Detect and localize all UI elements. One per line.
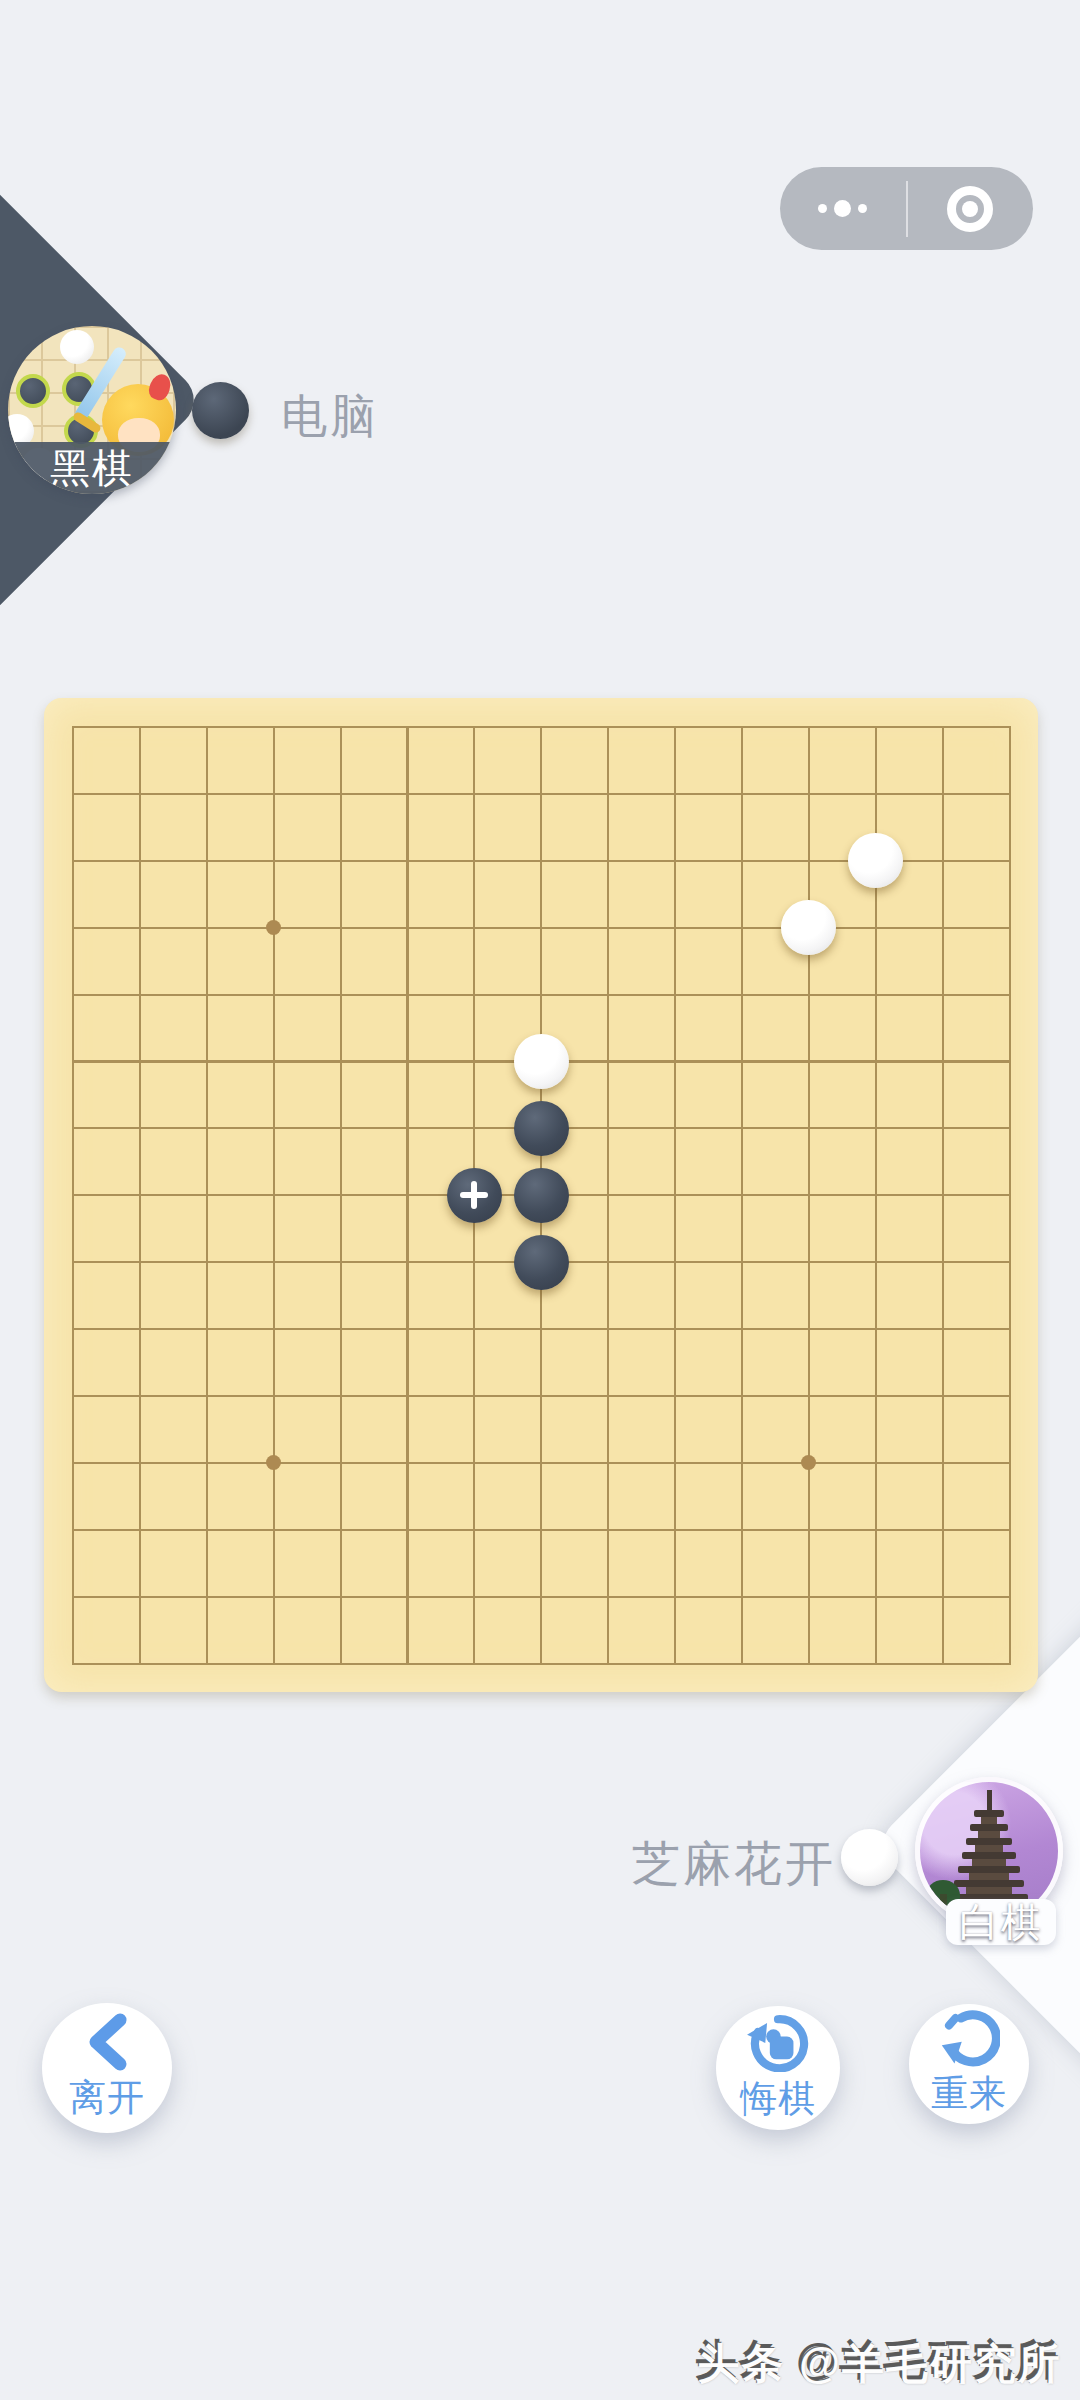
undo-hand-icon [745,2012,811,2072]
wechat-capsule [780,167,1033,250]
more-button[interactable] [780,167,906,250]
undo-button-label: 悔棋 [740,2074,816,2124]
ellipsis-icon [818,200,867,217]
chevron-left-icon [80,2013,134,2071]
last-move-marker [460,1181,488,1209]
star-point [801,1455,816,1470]
star-point [266,1455,281,1470]
pagoda-art [950,1790,1028,1908]
undo-button[interactable]: 悔棋 [716,2006,840,2130]
black-stone [447,1168,502,1223]
leave-button-label: 离开 [69,2073,145,2123]
target-circle-icon [947,186,993,232]
white-stone [781,900,836,955]
white-stone-indicator [841,1829,898,1886]
white-stone [514,1034,569,1089]
bottom-player-name: 芝麻花开 [550,1832,836,1896]
avatar-art [60,330,94,364]
black-stone [514,1101,569,1156]
board-grid [72,726,1011,1665]
leave-button[interactable]: 离开 [42,2003,172,2133]
star-point [266,920,281,935]
black-stone [514,1168,569,1223]
redo-arrow-icon [938,2009,1000,2067]
white-stone [848,833,903,888]
restart-button[interactable]: 重来 [909,2004,1029,2124]
black-player-avatar: 黑棋 [8,326,176,494]
top-player-name: 电脑 [281,386,379,448]
gomoku-board[interactable] [44,698,1038,1692]
exit-button[interactable] [908,167,1034,250]
black-stone-indicator [192,382,249,439]
watermark: 头条 @羊毛研究所 [697,2336,1062,2392]
avatar-art [16,374,50,408]
black-stone [514,1235,569,1290]
white-side-badge: 白棋 [946,1899,1056,1945]
restart-button-label: 重来 [931,2069,1007,2119]
